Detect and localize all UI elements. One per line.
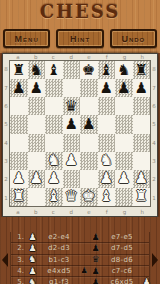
chess-app: CHESS Menu Hint Undo abcdefgh 87654321 ♜… [0, 0, 160, 284]
square-e7[interactable] [80, 79, 98, 97]
piece-white-knight: ♞ [47, 153, 60, 168]
square-a1[interactable]: ♜ [10, 188, 28, 206]
square-g6[interactable] [115, 97, 133, 115]
file-label: c [45, 207, 63, 216]
square-f7[interactable]: ♟ [98, 79, 116, 97]
square-c1[interactable]: ♝ [45, 188, 63, 206]
rank-label: 1 [151, 189, 157, 207]
white-knight-icon: ♞ [26, 278, 39, 284]
square-d3[interactable]: ♟ [63, 152, 81, 170]
square-d5[interactable]: ♟ [63, 115, 81, 133]
square-h1[interactable]: ♜ [133, 188, 151, 206]
white-move-text: d2-d3 [39, 244, 79, 252]
square-h5[interactable] [133, 115, 151, 133]
square-h7[interactable]: ♟ [133, 79, 151, 97]
square-f4[interactable] [98, 134, 116, 152]
move-number: 5. [11, 278, 26, 284]
piece-black-queen: ♛ [65, 99, 78, 114]
move-number: 3. [11, 256, 26, 264]
piece-white-bishop: ♝ [100, 189, 113, 204]
piece-black-pawn: ♟ [117, 81, 130, 96]
rank-label: 7 [151, 78, 157, 96]
square-a8[interactable]: ♜ [10, 61, 28, 79]
file-labels-bottom: abcdefgh [9, 207, 151, 216]
square-h6[interactable] [133, 97, 151, 115]
square-f1[interactable]: ♝ [98, 188, 116, 206]
chess-board: abcdefgh 87654321 ♜♞♝♚♝♞♜♟♟♟♟♟♛♟♟♞♟♞♟♟♟♟… [2, 53, 158, 217]
rank-label: 6 [151, 97, 157, 115]
piece-black-bishop: ♝ [100, 63, 113, 78]
square-g5[interactable] [115, 115, 133, 133]
square-h8[interactable]: ♜ [133, 61, 151, 79]
piece-white-pawn: ♟ [30, 171, 43, 186]
hint-button[interactable]: Hint [56, 29, 103, 48]
move-row: 5.♞g1-f3♟c6xd5♟ [11, 277, 149, 284]
square-g2[interactable]: ♟ [115, 170, 133, 188]
file-label: e [80, 207, 98, 216]
square-b3[interactable] [28, 152, 46, 170]
square-a7[interactable]: ♟ [10, 79, 28, 97]
move-history-panel: 1.♟e2-e4♟e7-e52.♟d2-d3♟d7-d53.♞b1-c3♛d8-… [0, 217, 160, 284]
rank-label: 8 [151, 60, 157, 78]
black-pawn-icon: ♟ [89, 244, 102, 253]
move-row: 4.♟e4xd5♟♟c7-c6 [11, 266, 149, 277]
file-label: d [62, 207, 80, 216]
piece-black-pawn: ♟ [65, 117, 78, 132]
black-pawn-icon: ♟ [80, 267, 87, 275]
square-h4[interactable] [133, 134, 151, 152]
square-b2[interactable]: ♟ [28, 170, 46, 188]
white-move-text: g1-f3 [39, 278, 79, 284]
square-f6[interactable] [98, 97, 116, 115]
square-f5[interactable] [98, 115, 116, 133]
square-c2[interactable]: ♟ [45, 170, 63, 188]
black-move-text: d7-d5 [102, 244, 142, 252]
square-c5[interactable] [45, 115, 63, 133]
board-squares: ♜♞♝♚♝♞♜♟♟♟♟♟♛♟♟♞♟♞♟♟♟♟♟♟♜♝♛♚♝♜ [9, 60, 151, 207]
square-c4[interactable] [45, 134, 63, 152]
file-label: b [27, 207, 45, 216]
white-pawn-icon: ♟ [26, 233, 39, 242]
board-corner [151, 207, 157, 216]
square-g4[interactable] [115, 134, 133, 152]
file-label: a [9, 207, 27, 216]
black-move-text: c6xd5 [102, 278, 142, 284]
piece-black-rook: ♜ [12, 63, 25, 78]
rank-labels-right: 87654321 [151, 60, 157, 207]
captured-piece-icon: ♟ [79, 267, 89, 275]
square-e4[interactable] [80, 134, 98, 152]
square-g1[interactable] [115, 188, 133, 206]
square-d2[interactable] [63, 170, 81, 188]
square-d8[interactable] [63, 61, 81, 79]
square-f3[interactable]: ♞ [98, 152, 116, 170]
black-queen-icon: ♛ [89, 255, 102, 264]
piece-white-bishop: ♝ [47, 189, 60, 204]
square-b5[interactable] [28, 115, 46, 133]
piece-white-queen: ♛ [65, 189, 78, 204]
square-a4[interactable] [10, 134, 28, 152]
square-d7[interactable] [63, 79, 81, 97]
piece-black-knight: ♞ [117, 63, 130, 78]
piece-black-knight: ♞ [30, 63, 43, 78]
piece-white-pawn: ♟ [65, 153, 78, 168]
square-f8[interactable]: ♝ [98, 61, 116, 79]
app-title: CHESS [0, 1, 160, 22]
square-e2[interactable] [80, 170, 98, 188]
piece-black-pawn: ♟ [100, 81, 113, 96]
piece-black-rook: ♜ [135, 63, 148, 78]
square-b4[interactable] [28, 134, 46, 152]
undo-button[interactable]: Undo [110, 29, 157, 48]
square-a6[interactable] [10, 97, 28, 115]
toolbar: Menu Hint Undo [3, 29, 157, 48]
black-move-text: c7-c6 [102, 267, 142, 275]
piece-black-king: ♚ [82, 63, 95, 78]
white-knight-icon: ♞ [26, 255, 39, 264]
file-label: f [98, 207, 116, 216]
white-move-text: b1-c3 [39, 256, 79, 264]
piece-white-rook: ♜ [12, 189, 25, 204]
piece-white-rook: ♜ [135, 189, 148, 204]
square-c7[interactable] [45, 79, 63, 97]
file-label: h [133, 207, 151, 216]
square-h2[interactable]: ♟ [133, 170, 151, 188]
square-g3[interactable] [115, 152, 133, 170]
square-e8[interactable]: ♚ [80, 61, 98, 79]
black-pawn-icon: ♟ [89, 233, 102, 242]
white-pawn-icon: ♟ [26, 267, 39, 276]
piece-black-pawn: ♟ [12, 81, 25, 96]
square-h3[interactable] [133, 152, 151, 170]
square-d1[interactable]: ♛ [63, 188, 81, 206]
rank-label: 5 [151, 115, 157, 133]
move-row: 2.♟d2-d3♟d7-d5 [11, 243, 149, 254]
move-number: 2. [11, 244, 26, 252]
piece-black-pawn: ♟ [30, 81, 43, 96]
square-d6[interactable]: ♛ [63, 97, 81, 115]
prev-moves-arrow-icon[interactable] [2, 253, 8, 267]
move-number: 1. [11, 233, 26, 241]
white-move-text: e2-e4 [39, 233, 79, 241]
square-c6[interactable] [45, 97, 63, 115]
rank-label: 4 [151, 134, 157, 152]
square-a3[interactable] [10, 152, 28, 170]
white-move-text: e4xd5 [39, 267, 79, 275]
square-g8[interactable]: ♞ [115, 61, 133, 79]
square-f2[interactable]: ♟ [98, 170, 116, 188]
square-e1[interactable]: ♚ [80, 188, 98, 206]
piece-black-pawn: ♟ [82, 117, 95, 132]
square-b7[interactable]: ♟ [28, 79, 46, 97]
piece-black-bishop: ♝ [47, 63, 60, 78]
square-a5[interactable] [10, 115, 28, 133]
captured-piece-icon: ♟ [142, 278, 151, 284]
next-moves-arrow-icon[interactable] [152, 253, 158, 267]
rank-label: 3 [151, 152, 157, 170]
file-label: g [116, 207, 134, 216]
black-pawn-icon: ♟ [89, 278, 102, 284]
move-list: 1.♟e2-e4♟e7-e52.♟d2-d3♟d7-d53.♞b1-c3♛d8-… [10, 232, 150, 284]
move-row: 3.♞b1-c3♛d8-d6 [11, 255, 149, 266]
piece-white-pawn: ♟ [12, 171, 25, 186]
square-b6[interactable] [28, 97, 46, 115]
piece-black-pawn: ♟ [135, 81, 148, 96]
square-e6[interactable] [80, 97, 98, 115]
piece-white-pawn: ♟ [135, 171, 148, 186]
black-move-text: e7-e5 [102, 233, 142, 241]
square-g7[interactable]: ♟ [115, 79, 133, 97]
square-b1[interactable] [28, 188, 46, 206]
square-c8[interactable]: ♝ [45, 61, 63, 79]
square-e3[interactable] [80, 152, 98, 170]
move-number: 4. [11, 267, 26, 275]
square-c3[interactable]: ♞ [45, 152, 63, 170]
white-pawn-icon: ♟ [26, 244, 39, 253]
square-d4[interactable] [63, 134, 81, 152]
rank-label: 2 [151, 170, 157, 188]
menu-button[interactable]: Menu [3, 29, 50, 48]
square-a2[interactable]: ♟ [10, 170, 28, 188]
piece-white-king: ♚ [82, 189, 95, 204]
white-pawn-icon: ♟ [143, 278, 150, 284]
move-row: 1.♟e2-e4♟e7-e5 [11, 232, 149, 243]
black-move-text: d8-d6 [102, 256, 142, 264]
square-e5[interactable]: ♟ [80, 115, 98, 133]
piece-white-pawn: ♟ [117, 171, 130, 186]
piece-white-pawn: ♟ [47, 171, 60, 186]
piece-white-pawn: ♟ [100, 171, 113, 186]
square-b8[interactable]: ♞ [28, 61, 46, 79]
piece-white-knight: ♞ [100, 153, 113, 168]
black-pawn-icon: ♟ [89, 267, 102, 276]
app-header: CHESS Menu Hint Undo [0, 0, 160, 53]
